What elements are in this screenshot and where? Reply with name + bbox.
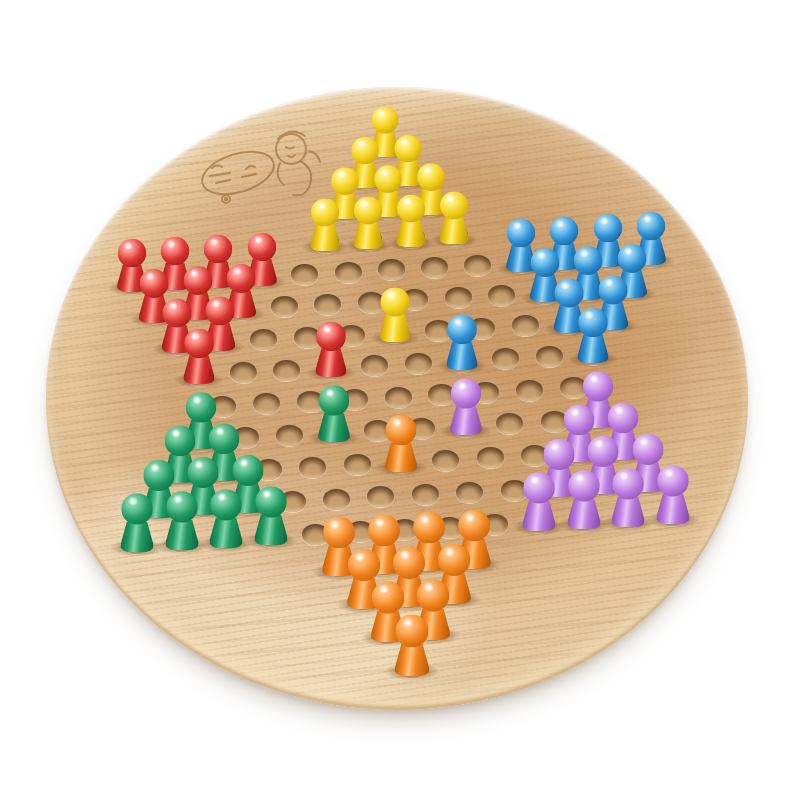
peg-body [439,217,469,244]
peg-yellow[interactable] [308,199,342,252]
peg-purple[interactable] [609,468,647,527]
peg-head [574,246,603,275]
peg-purple[interactable] [565,470,603,529]
peg-head [637,212,666,241]
peg-orange[interactable] [383,414,420,471]
peg-head [311,199,339,227]
peg-head [417,579,450,612]
peg-head [380,287,409,316]
peg-head [162,299,191,328]
board-hole[interactable] [335,262,362,283]
peg-head [374,165,402,193]
peg-body [379,313,410,341]
board-hole[interactable] [323,489,350,510]
peg-body [656,494,690,524]
board-hole[interactable] [536,346,563,367]
peg-head [118,239,147,267]
peg-body [577,335,609,364]
peg-green[interactable] [252,487,290,546]
peg-head [209,423,240,454]
peg-head [351,137,378,164]
peg-head [417,163,445,191]
peg-head [588,436,619,467]
board-hole[interactable] [412,484,439,505]
peg-head [247,232,276,260]
peg-yellow[interactable] [394,194,428,247]
peg-head [185,329,215,359]
peg-yellow[interactable] [377,287,412,342]
peg-head [568,470,600,502]
board-hole[interactable] [299,457,326,478]
peg-head [563,405,594,436]
board-hole[interactable] [464,255,491,276]
peg-body [315,348,347,377]
board-hole[interactable] [367,486,394,507]
peg-head [440,192,468,220]
board-hole[interactable] [477,447,504,468]
peg-purple[interactable] [654,466,692,525]
peg-head [354,196,382,224]
peg-head [232,455,263,486]
peg-green[interactable] [163,491,201,550]
peg-head [318,385,348,415]
peg-head [550,217,579,246]
peg-head [324,516,356,548]
peg-head [396,614,429,647]
peg-head [166,491,198,523]
peg-head [316,322,346,352]
board-hole[interactable] [445,287,472,308]
peg-head [392,546,424,578]
holes-and-pegs-layer [0,0,800,800]
peg-head [612,468,644,500]
peg-head [458,509,490,541]
peg-green[interactable] [118,494,156,553]
peg-body [446,342,478,371]
peg-body [317,413,349,442]
peg-head [386,414,417,445]
board-hole[interactable] [488,285,515,306]
board-hole[interactable] [271,296,298,317]
peg-head [583,372,613,402]
board-hole[interactable] [276,425,303,446]
peg-head [397,194,425,222]
peg-body [385,442,418,472]
peg-head [368,514,400,546]
board-hole[interactable] [253,393,280,414]
peg-head [632,434,663,465]
peg-head [578,308,608,338]
peg-body [210,517,244,547]
board-hole[interactable] [512,315,539,336]
peg-yellow[interactable] [437,192,471,245]
peg-orange[interactable] [392,614,432,676]
peg-body [450,406,482,435]
peg-blue[interactable] [444,315,480,370]
peg-head [143,460,174,491]
peg-body [254,515,288,545]
peg-yellow[interactable] [351,196,385,249]
peg-body [120,522,154,552]
peg-head [206,296,235,325]
peg-head [593,214,622,243]
board-hole[interactable] [314,294,341,315]
peg-body [567,499,601,529]
board-hole[interactable] [250,329,277,350]
product-photo [0,0,800,800]
peg-head [447,315,477,345]
peg-blue[interactable] [575,308,611,363]
board-hole[interactable] [496,413,523,434]
board-hole[interactable] [344,454,371,475]
peg-head [413,512,445,544]
peg-head [554,278,583,307]
peg-head [371,581,404,614]
peg-head [183,266,212,295]
board-hole[interactable] [516,380,543,401]
board-hole[interactable] [421,257,448,278]
peg-head [507,219,536,248]
board-hole[interactable] [230,362,257,383]
peg-head [187,457,218,488]
peg-green[interactable] [315,385,351,442]
peg-body [184,355,216,384]
peg-head [617,244,646,273]
board-hole[interactable] [291,264,318,285]
board-hole[interactable] [378,259,405,280]
board-hole[interactable] [385,387,412,408]
peg-head [255,487,287,519]
peg-head [530,248,559,277]
peg-purple[interactable] [520,473,558,532]
peg-head [598,276,627,305]
peg-head [608,403,639,434]
board-hole[interactable] [273,360,300,381]
peg-body [522,501,556,531]
peg-head [186,392,216,422]
peg-red[interactable] [182,329,218,384]
peg-purple[interactable] [448,378,484,435]
board-hole[interactable] [456,482,483,503]
peg-head [211,489,243,521]
peg-head [437,544,469,576]
peg-head [204,235,233,263]
peg-head [121,494,153,526]
peg-head [331,168,359,196]
peg-head [371,106,398,133]
peg-green[interactable] [207,489,245,548]
peg-head [543,439,574,470]
peg-head [394,135,421,162]
peg-head [161,237,190,265]
board-hole[interactable] [492,348,519,369]
peg-red[interactable] [313,322,349,377]
peg-body [310,224,340,251]
peg-body [611,496,645,526]
peg-body [396,219,426,246]
peg-head [451,378,481,408]
peg-head [347,549,379,581]
board-hole[interactable] [432,450,459,471]
peg-body [353,222,383,249]
peg-head [227,264,256,293]
peg-head [523,473,555,505]
peg-head [657,466,689,498]
peg-head [140,269,169,298]
board-hole[interactable] [405,353,432,374]
peg-body [395,644,430,676]
peg-head [165,426,196,457]
board-hole[interactable] [361,355,388,376]
peg-body [165,520,199,550]
